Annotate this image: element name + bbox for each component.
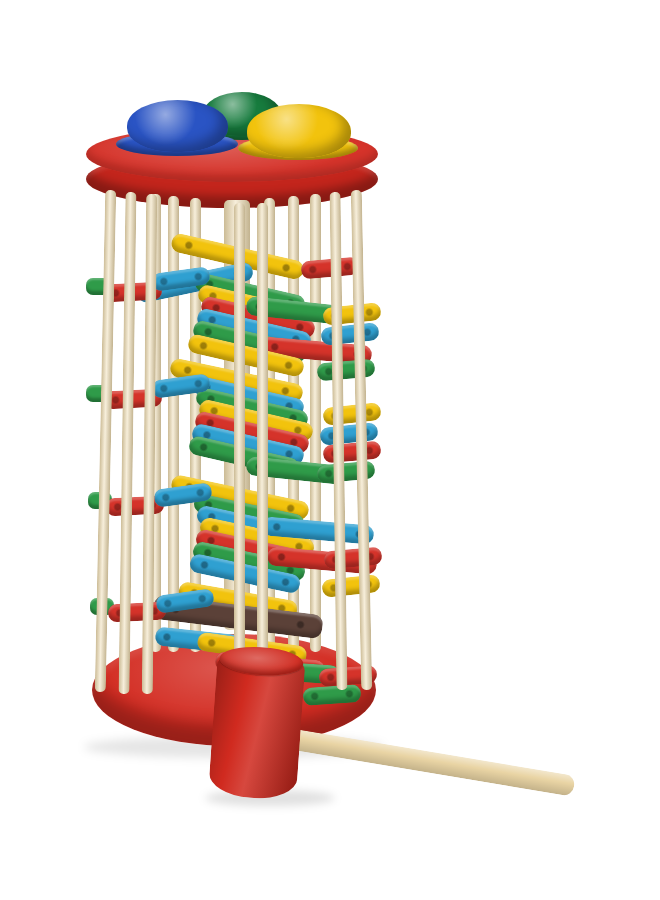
- wood-dowel: [234, 203, 245, 697]
- green-rung: [316, 359, 375, 382]
- product-photo-pound-a-ball-tower: [0, 0, 660, 900]
- yellow-rung: [322, 402, 382, 426]
- mallet-head: [208, 647, 306, 801]
- yellow-ball: [247, 104, 351, 158]
- yellow-rung: [321, 574, 381, 598]
- blue-ball: [127, 100, 228, 152]
- cyan-rung: [320, 322, 380, 346]
- wood-dowel: [257, 203, 268, 697]
- red-rung: [322, 441, 381, 464]
- mallet-handle: [286, 728, 575, 797]
- wood-dowel: [168, 196, 179, 652]
